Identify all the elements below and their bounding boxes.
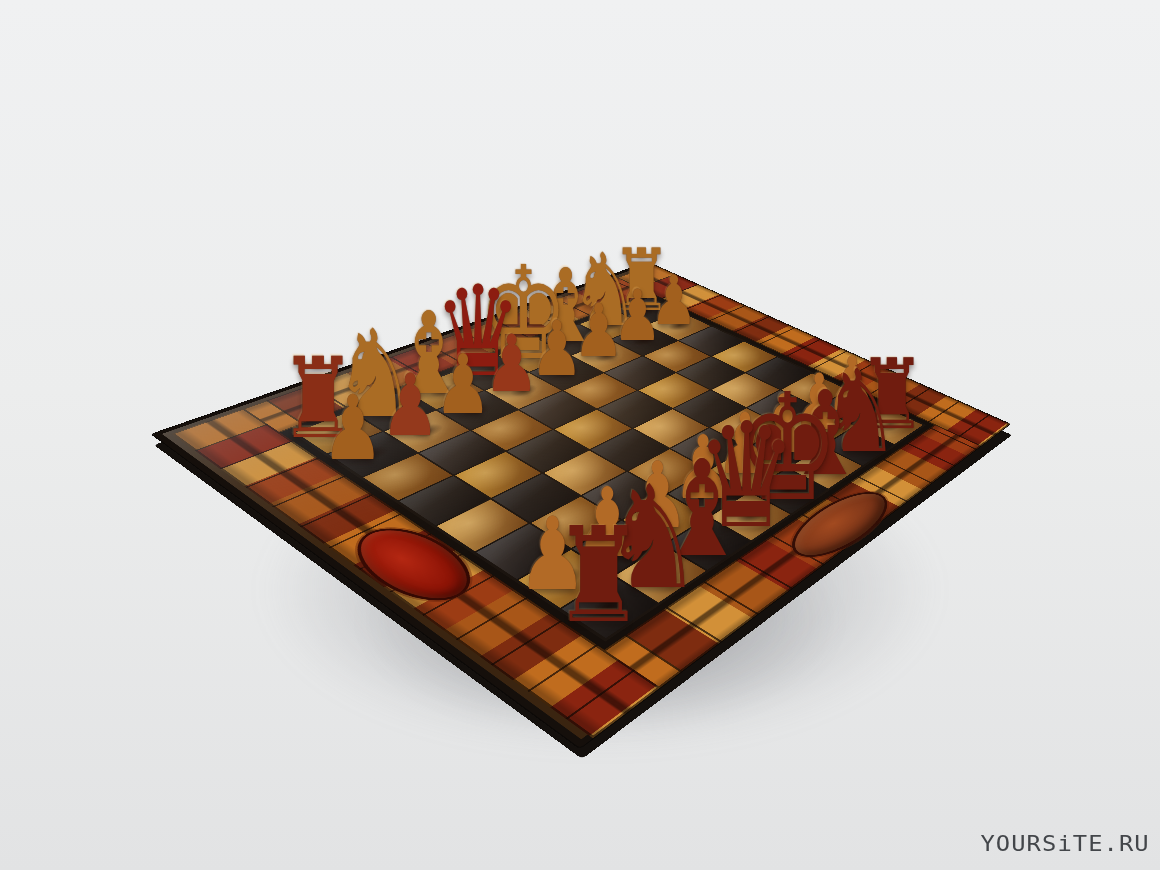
white-pawn-c2[interactable]: ♟ (434, 344, 491, 426)
white-pawn-b2[interactable]: ♟ (380, 363, 440, 449)
black-rook-a8[interactable]: ♜ (552, 510, 644, 642)
white-pawn-d2[interactable]: ♟ (484, 326, 539, 405)
white-pawn-a2[interactable]: ♟ (322, 383, 385, 472)
watermark-text: YOURSiTE.RU (981, 831, 1150, 856)
photo-background: ♜♞♟♝♟♚♟♛♟♟♝♟♟♞♜♟♟♜♞♟♟♝♟♚♟♛♟♝♟♞♟♜ YOURSiT… (0, 0, 1160, 870)
